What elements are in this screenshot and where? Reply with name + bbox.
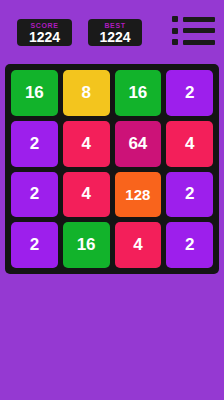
best-value: 1224	[99, 30, 130, 45]
menu-icon-bar	[183, 17, 215, 22]
tile-r2c3: 64	[115, 121, 162, 167]
list-menu-icon	[172, 28, 215, 34]
menu-icon-square	[172, 39, 178, 45]
tile-r4c2: 16	[63, 222, 110, 268]
tile-r4c3: 4	[115, 222, 162, 268]
tile-r1c3: 16	[115, 70, 162, 116]
game-screen: SCORE 1224 BEST 1224 1681622464424128221…	[0, 0, 224, 400]
menu-button[interactable]	[171, 15, 216, 46]
board-grid[interactable]: 1681622464424128221642	[5, 64, 219, 274]
best-box: BEST 1224	[88, 19, 142, 46]
menu-icon-bar	[183, 28, 215, 33]
tile-r2c2: 4	[63, 121, 110, 167]
tile-r3c1: 2	[11, 172, 58, 218]
tile-r1c2: 8	[63, 70, 110, 116]
menu-icon-bar	[183, 40, 215, 45]
tile-r4c4: 2	[166, 222, 213, 268]
tile-r3c2: 4	[63, 172, 110, 218]
list-menu-icon	[172, 16, 215, 22]
tile-r2c4: 4	[166, 121, 213, 167]
tile-r4c1: 2	[11, 222, 58, 268]
tile-r1c4: 2	[166, 70, 213, 116]
list-menu-icon	[172, 39, 215, 45]
score-value: 1224	[29, 30, 60, 45]
menu-icon-square	[172, 16, 178, 22]
tile-r1c1: 16	[11, 70, 58, 116]
tile-r3c3: 128	[115, 172, 162, 218]
tile-r2c1: 2	[11, 121, 58, 167]
tile-r3c4: 2	[166, 172, 213, 218]
menu-icon-square	[172, 28, 178, 34]
score-box: SCORE 1224	[17, 19, 72, 46]
